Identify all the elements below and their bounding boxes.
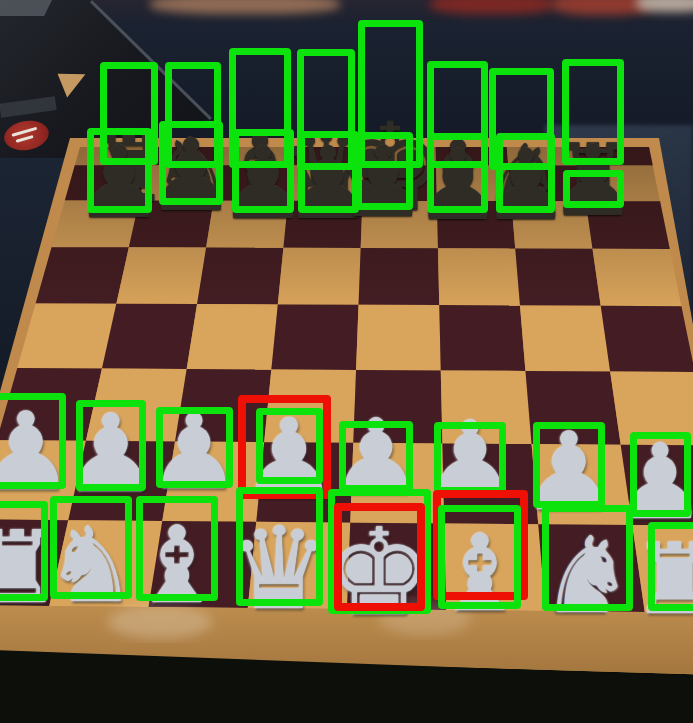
detection-box-green-f7	[427, 133, 488, 213]
detection-box-green-h8	[562, 59, 624, 165]
detection-box-green-a2	[0, 393, 66, 489]
chess-photo-scene: ♜♞♝♛♚♝♞♜♟♟♟♟♟♟♟♟♟♟♟♟♟♟♟♟♜♞♝♛♚♝♞♜	[0, 0, 693, 723]
detection-box-green-b2	[76, 400, 146, 491]
detection-box-green-h2	[630, 432, 691, 517]
detection-box-green-b7	[159, 121, 223, 205]
detection-box-green-e7	[355, 132, 413, 210]
detection-box-green-a7	[87, 128, 152, 213]
detection-box-green-f2	[434, 422, 506, 494]
detection-box-green-c1	[136, 496, 218, 601]
detection-box-green-d7	[298, 131, 359, 213]
detection-box-green-h1	[648, 522, 693, 611]
detection-box-green-g1	[542, 505, 633, 611]
detection-box-green-e2	[339, 421, 413, 492]
detection-overlay	[0, 0, 693, 723]
detection-box-green-b1	[50, 496, 132, 599]
detection-box-green-f1	[438, 505, 521, 609]
detection-box-green-d2	[256, 408, 323, 484]
detection-box-green-g7	[496, 133, 555, 213]
detection-box-red-e1	[334, 503, 425, 611]
detection-box-green-c2	[156, 407, 233, 488]
detection-box-green-h7	[563, 170, 624, 208]
detection-box-green-d1	[236, 487, 323, 606]
detection-box-green-g2	[533, 422, 605, 508]
detection-box-green-a1	[0, 501, 48, 601]
detection-box-green-c7	[232, 129, 294, 213]
